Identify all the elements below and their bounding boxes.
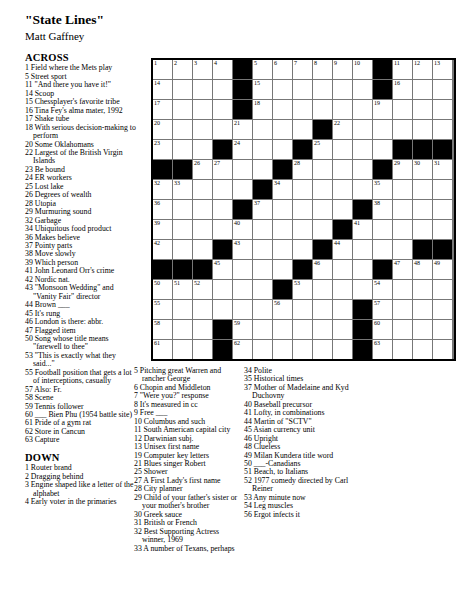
cell-r6c3[interactable]: 26 (193, 160, 212, 179)
cell-r4c14[interactable] (413, 120, 432, 139)
cell-number: 41 (354, 220, 360, 227)
cell-r5c6[interactable] (253, 140, 272, 159)
cell-number: 19 (374, 100, 380, 107)
cell-r2c6[interactable]: 15 (253, 80, 272, 99)
cell-r15c15[interactable] (433, 340, 452, 359)
cell-r2c9[interactable] (313, 80, 332, 99)
cell-number: 51 (174, 280, 180, 287)
cell-number: 60 (374, 320, 380, 327)
cell-r2c15[interactable] (433, 80, 452, 99)
cell-r12c11[interactable] (353, 280, 372, 299)
cell-number: 4 (214, 60, 217, 67)
cell-r2c3[interactable] (193, 80, 212, 99)
cell-r4c12[interactable] (373, 120, 392, 139)
cell-r9c14[interactable] (413, 220, 432, 239)
cell-r6c7 (273, 160, 292, 179)
cell-r1c4[interactable]: 4 (213, 60, 232, 79)
cell-number: 5 (254, 60, 257, 67)
cell-number: 8 (314, 60, 317, 67)
cell-number: 32 (154, 180, 160, 187)
clue-across-22: 22 Largest of the British Virgin Islands (25, 149, 139, 166)
cell-r15c14[interactable] (413, 340, 432, 359)
cell-r3c5 (233, 100, 252, 119)
cell-number: 63 (374, 340, 380, 347)
cell-r1c8[interactable]: 7 (293, 60, 312, 79)
crossword-puzzle-page: "State Lines" Matt Gaffney 1234567891011… (0, 0, 474, 613)
clues-left-column: ACROSS 1 Field where the Mets play5 Stre… (25, 54, 139, 507)
cell-r9c5[interactable]: 40 (233, 220, 252, 239)
cell-r3c6[interactable]: 18 (253, 100, 272, 119)
cell-r9c1[interactable]: 39 (153, 220, 172, 239)
cell-r15c2[interactable] (173, 340, 192, 359)
cell-number: 27 (214, 160, 220, 167)
clue-across-50: 50 Song whose title means "farewell to t… (25, 335, 139, 352)
cell-r10c7[interactable] (273, 240, 292, 259)
clue-down-5: 5 Pitching great Warren and rancher Geor… (134, 367, 242, 384)
cell-r9c3[interactable] (193, 220, 212, 239)
cell-r13c3[interactable] (193, 300, 212, 319)
cell-r15c12[interactable]: 63 (373, 340, 392, 359)
cell-r7c3[interactable] (193, 180, 212, 199)
clue-across-55: 55 Football position that gets a lot of … (25, 369, 139, 386)
cell-r11c6[interactable] (253, 260, 272, 279)
cell-number: 61 (154, 340, 160, 347)
cell-r5c15 (433, 140, 452, 159)
puzzle-author: Matt Gaffney (25, 30, 84, 42)
cell-r10c1[interactable]: 42 (153, 240, 172, 259)
cell-r9c15[interactable] (433, 220, 452, 239)
cell-r15c7[interactable] (273, 340, 292, 359)
cell-r3c10[interactable] (333, 100, 352, 119)
cell-number: 29 (394, 160, 400, 167)
cell-r1c2[interactable]: 2 (173, 60, 192, 79)
cell-r9c10 (333, 220, 352, 239)
cell-r12c1[interactable]: 50 (153, 280, 172, 299)
cell-r4c1[interactable]: 20 (153, 120, 172, 139)
cell-number: 62 (234, 340, 240, 347)
cell-r2c8[interactable] (293, 80, 312, 99)
cell-number: 47 (394, 260, 400, 267)
cell-r12c12[interactable]: 54 (373, 280, 392, 299)
cell-r14c9[interactable] (313, 320, 332, 339)
cell-r6c4[interactable]: 27 (213, 160, 232, 179)
cell-r2c7[interactable] (273, 80, 292, 99)
cell-r7c4[interactable] (213, 180, 232, 199)
cell-number: 43 (234, 240, 240, 247)
cell-r3c3[interactable] (193, 100, 212, 119)
cell-r1c13[interactable]: 11 (393, 60, 412, 79)
cell-number: 49 (434, 260, 440, 267)
cell-number: 12 (414, 60, 420, 67)
down-clue-list-col3: 34 Polite35 Historical times37 Mother of… (244, 367, 366, 519)
clue-down-56: 56 Ergot infects it (244, 511, 366, 519)
cell-r6c14[interactable]: 30 (413, 160, 432, 179)
clue-down-4: 4 Early voter in the primaries (25, 498, 139, 506)
cell-r2c14[interactable] (413, 80, 432, 99)
cell-r6c13[interactable]: 29 (393, 160, 412, 179)
cell-r12c13[interactable] (393, 280, 412, 299)
cell-r9c8[interactable] (293, 220, 312, 239)
cell-r4c7[interactable] (273, 120, 292, 139)
cell-r10c6[interactable] (253, 240, 272, 259)
cell-r12c4[interactable] (213, 280, 232, 299)
cell-r2c4[interactable] (213, 80, 232, 99)
cell-r3c13[interactable] (393, 100, 412, 119)
cell-r6c9[interactable] (313, 160, 332, 179)
cell-r9c9[interactable] (313, 220, 332, 239)
cell-r14c7[interactable] (273, 320, 292, 339)
cell-r7c5[interactable] (233, 180, 252, 199)
cell-r5c14 (413, 140, 432, 159)
cell-r11c9[interactable]: 46 (313, 260, 332, 279)
clue-down-32: 32 Best Supporting Actress winner, 1969 (134, 528, 242, 545)
cell-r3c12[interactable]: 19 (373, 100, 392, 119)
cell-r8c15[interactable] (433, 200, 452, 219)
cell-number: 15 (254, 80, 260, 87)
cell-r8c13[interactable] (393, 200, 412, 219)
cell-number: 44 (334, 240, 340, 247)
cell-r13c4[interactable] (213, 300, 232, 319)
cell-number: 22 (334, 120, 340, 127)
cell-r5c8 (293, 140, 312, 159)
cell-number: 48 (414, 260, 420, 267)
cell-r7c12[interactable]: 35 (373, 180, 392, 199)
cell-r4c8[interactable] (293, 120, 312, 139)
cell-r14c6[interactable] (253, 320, 272, 339)
cell-r2c1[interactable]: 14 (153, 80, 172, 99)
cell-r5c11[interactable] (353, 140, 372, 159)
cell-r8c1[interactable]: 36 (153, 200, 172, 219)
cell-r3c14[interactable] (413, 100, 432, 119)
cell-r5c10[interactable] (333, 140, 352, 159)
cell-r13c6[interactable] (253, 300, 272, 319)
cell-r12c8[interactable]: 53 (293, 280, 312, 299)
cell-r9c2[interactable] (173, 220, 192, 239)
cell-r10c2[interactable] (173, 240, 192, 259)
cell-r2c11[interactable] (353, 80, 372, 99)
cell-r13c7[interactable]: 56 (273, 300, 292, 319)
cell-number: 23 (154, 140, 160, 147)
cell-r15c8[interactable] (293, 340, 312, 359)
cell-r1c6[interactable]: 5 (253, 60, 272, 79)
cell-r10c14 (413, 240, 432, 259)
down-clue-list-col1: 1 Router brand2 Dragging behind3 Engine … (25, 464, 139, 506)
cell-number: 6 (274, 60, 277, 67)
clue-down-33: 33 A number of Texans, perhaps (134, 545, 242, 553)
cell-r5c4 (213, 140, 232, 159)
cell-number: 46 (314, 260, 320, 267)
cell-r1c1[interactable]: 1 (153, 60, 172, 79)
cell-number: 31 (434, 160, 440, 167)
cell-r13c12[interactable]: 57 (373, 300, 392, 319)
cell-r3c15[interactable] (433, 100, 452, 119)
cell-r13c14[interactable] (413, 300, 432, 319)
cell-r6c6[interactable] (253, 160, 272, 179)
cell-r11c10[interactable] (333, 260, 352, 279)
cell-r11c15[interactable]: 49 (433, 260, 452, 279)
cell-r8c3[interactable] (193, 200, 212, 219)
cell-r15c9[interactable] (313, 340, 332, 359)
cell-number: 26 (194, 160, 200, 167)
cell-r7c2[interactable]: 33 (173, 180, 192, 199)
clue-across-53: 53 "This is exactly what they said..." (25, 352, 139, 369)
cell-r1c11[interactable]: 10 (353, 60, 372, 79)
cell-number: 20 (154, 120, 160, 127)
cell-r11c14[interactable]: 48 (413, 260, 432, 279)
cell-r7c1[interactable]: 32 (153, 180, 172, 199)
cell-number: 24 (234, 140, 240, 147)
cell-r6c15[interactable]: 31 (433, 160, 452, 179)
cell-r3c4[interactable] (213, 100, 232, 119)
cell-r8c14[interactable] (413, 200, 432, 219)
clue-down-52: 52 1977 comedy directed by Carl Reiner (244, 477, 366, 494)
cell-r8c2[interactable] (173, 200, 192, 219)
cell-r13c1[interactable]: 55 (153, 300, 172, 319)
cell-r4c15[interactable] (433, 120, 452, 139)
cell-r11c13[interactable]: 47 (393, 260, 412, 279)
cell-number: 42 (154, 240, 160, 247)
clue-across-43: 43 "Monsoon Wedding" and "Vanity Fair" d… (25, 284, 139, 301)
cell-number: 16 (394, 80, 400, 87)
cell-r3c2[interactable] (173, 100, 192, 119)
cell-r12c10[interactable] (333, 280, 352, 299)
cell-r13c11 (353, 300, 372, 319)
cell-r15c4 (213, 340, 232, 359)
cell-r7c6 (253, 180, 272, 199)
cell-r6c11[interactable] (353, 160, 372, 179)
cell-r12c7 (273, 280, 292, 299)
cell-r12c3[interactable]: 52 (193, 280, 212, 299)
cell-number: 54 (374, 280, 380, 287)
cell-r7c9[interactable] (313, 180, 332, 199)
cell-r4c4[interactable] (213, 120, 232, 139)
cell-r6c8[interactable]: 28 (293, 160, 312, 179)
cell-r6c2 (173, 160, 192, 179)
cell-number: 14 (154, 80, 160, 87)
cell-r1c9[interactable]: 8 (313, 60, 332, 79)
cell-number: 28 (294, 160, 300, 167)
cell-r9c6[interactable] (253, 220, 272, 239)
cell-r7c10[interactable] (333, 180, 352, 199)
puzzle-title: "State Lines" (25, 12, 104, 28)
cell-r7c14[interactable] (413, 180, 432, 199)
cell-r13c2[interactable] (173, 300, 192, 319)
cell-r3c9[interactable] (313, 100, 332, 119)
cell-number: 33 (174, 180, 180, 187)
cell-r10c3[interactable] (193, 240, 212, 259)
cell-r9c12[interactable] (373, 220, 392, 239)
cell-r13c13[interactable] (393, 300, 412, 319)
cell-r11c8 (293, 260, 312, 279)
cell-r3c7[interactable] (273, 100, 292, 119)
cell-number: 55 (154, 300, 160, 307)
cell-r7c8[interactable] (293, 180, 312, 199)
cell-number: 38 (374, 200, 380, 207)
cell-r5c13 (393, 140, 412, 159)
cell-r11c4[interactable]: 45 (213, 260, 232, 279)
cell-r10c5[interactable]: 43 (233, 240, 252, 259)
cell-r13c8[interactable] (293, 300, 312, 319)
cell-r6c5[interactable] (233, 160, 252, 179)
cell-r5c2[interactable] (173, 140, 192, 159)
cell-r1c15[interactable]: 13 (433, 60, 452, 79)
cell-r14c13[interactable] (393, 320, 412, 339)
cell-r12c5[interactable] (233, 280, 252, 299)
cell-r14c3[interactable] (193, 320, 212, 339)
cell-r10c11[interactable] (353, 240, 372, 259)
cell-r11c5[interactable] (233, 260, 252, 279)
cell-number: 39 (154, 220, 160, 227)
cell-r11c12 (373, 260, 392, 279)
cell-r8c4[interactable] (213, 200, 232, 219)
cell-r5c7[interactable] (273, 140, 292, 159)
cell-r1c3[interactable]: 3 (193, 60, 212, 79)
cell-r15c11 (353, 340, 372, 359)
cell-r13c9[interactable] (313, 300, 332, 319)
cell-r15c13[interactable] (393, 340, 412, 359)
cell-r14c2[interactable] (173, 320, 192, 339)
clue-across-18: 18 With serious decision-making to perfo… (25, 124, 139, 141)
cell-r8c5 (233, 200, 252, 219)
cell-r10c15 (433, 240, 452, 259)
cell-number: 11 (394, 60, 400, 67)
clue-down-37: 37 Mother of Madelaine and Kyd Duchovny (244, 384, 366, 401)
cell-r8c7[interactable] (273, 200, 292, 219)
cell-r4c2[interactable] (173, 120, 192, 139)
cell-number: 34 (274, 180, 280, 187)
cell-r8c9[interactable] (313, 200, 332, 219)
cell-r5c5[interactable]: 24 (233, 140, 252, 159)
clue-down-3: 3 Engine shaped like a letter of the alp… (25, 481, 139, 498)
cell-r8c6[interactable]: 37 (253, 200, 272, 219)
cell-number: 13 (434, 60, 440, 67)
clue-across-63: 63 Capture (25, 436, 139, 444)
cell-r5c1[interactable]: 23 (153, 140, 172, 159)
cell-r12c2[interactable]: 51 (173, 280, 192, 299)
cell-number: 58 (154, 320, 160, 327)
cell-r3c11[interactable] (353, 100, 372, 119)
cell-r14c1[interactable]: 58 (153, 320, 172, 339)
cell-r4c10[interactable]: 22 (333, 120, 352, 139)
cell-r14c4 (213, 320, 232, 339)
cell-r12c9[interactable] (313, 280, 332, 299)
cell-number: 36 (154, 200, 160, 207)
cell-r9c4[interactable] (213, 220, 232, 239)
cell-r11c2 (173, 260, 192, 279)
down-clue-list-col2: 5 Pitching great Warren and rancher Geor… (134, 367, 242, 553)
cell-r5c12[interactable] (373, 140, 392, 159)
cell-r6c10[interactable] (333, 160, 352, 179)
cell-number: 7 (294, 60, 297, 67)
cell-r4c3[interactable] (193, 120, 212, 139)
cell-r8c12[interactable]: 38 (373, 200, 392, 219)
cell-r15c5[interactable]: 62 (233, 340, 252, 359)
cell-r4c6[interactable] (253, 120, 272, 139)
crossword-grid: 1234567891011121314151617181920212223242… (151, 58, 456, 361)
cell-r14c12[interactable]: 60 (373, 320, 392, 339)
cell-r2c2[interactable] (173, 80, 192, 99)
cell-r10c4 (213, 240, 232, 259)
cell-r1c7[interactable]: 6 (273, 60, 292, 79)
cell-r9c11[interactable]: 41 (353, 220, 372, 239)
cell-r8c8[interactable] (293, 200, 312, 219)
cell-r1c12 (373, 60, 392, 79)
cell-r14c14[interactable] (413, 320, 432, 339)
cell-r14c5[interactable]: 59 (233, 320, 252, 339)
cell-r14c11 (353, 320, 372, 339)
cell-r13c5[interactable] (233, 300, 252, 319)
cell-number: 18 (254, 100, 260, 107)
cell-r4c11[interactable] (353, 120, 372, 139)
cell-r8c10[interactable] (333, 200, 352, 219)
cell-r15c1[interactable]: 61 (153, 340, 172, 359)
cell-r2c13[interactable]: 16 (393, 80, 412, 99)
cell-r2c10[interactable] (333, 80, 352, 99)
cell-number: 25 (314, 140, 320, 147)
cell-r15c10[interactable] (333, 340, 352, 359)
cell-r4c9 (313, 120, 332, 139)
cell-r15c3[interactable] (193, 340, 212, 359)
cell-r14c15[interactable] (433, 320, 452, 339)
cell-r13c10[interactable] (333, 300, 352, 319)
cell-r9c13[interactable] (393, 220, 412, 239)
cell-r9c7[interactable] (273, 220, 292, 239)
cell-r15c6[interactable] (253, 340, 272, 359)
cell-r10c8[interactable] (293, 240, 312, 259)
cell-r7c7[interactable]: 34 (273, 180, 292, 199)
cell-r13c15[interactable] (433, 300, 452, 319)
cell-r14c8[interactable] (293, 320, 312, 339)
clue-down-29: 29 Child of your father's sister or your… (134, 494, 242, 511)
cell-number: 52 (194, 280, 200, 287)
cell-r12c6[interactable] (253, 280, 272, 299)
cell-r5c3[interactable] (193, 140, 212, 159)
cell-r1c5 (233, 60, 252, 79)
cell-r11c7[interactable] (273, 260, 292, 279)
cell-r4c13[interactable] (393, 120, 412, 139)
cell-r7c11[interactable] (353, 180, 372, 199)
cell-r10c10[interactable]: 44 (333, 240, 352, 259)
cell-number: 53 (294, 280, 300, 287)
cell-r11c3 (193, 260, 212, 279)
cell-r5c9[interactable]: 25 (313, 140, 332, 159)
cell-r12c15[interactable] (433, 280, 452, 299)
cell-r3c8[interactable] (293, 100, 312, 119)
cell-r4c5[interactable]: 21 (233, 120, 252, 139)
cell-r14c10[interactable] (333, 320, 352, 339)
cell-number: 56 (274, 300, 280, 307)
cell-r10c13[interactable] (393, 240, 412, 259)
cell-number: 21 (234, 120, 240, 127)
cell-number: 35 (374, 180, 380, 187)
cell-r2c12 (373, 80, 392, 99)
cell-r10c12[interactable] (373, 240, 392, 259)
cell-number: 50 (154, 280, 160, 287)
cell-r2c5 (233, 80, 252, 99)
cell-r7c15[interactable] (433, 180, 452, 199)
cell-r1c10[interactable]: 9 (333, 60, 352, 79)
cell-number: 3 (194, 60, 197, 67)
cell-number: 37 (254, 200, 260, 207)
cell-r7c13[interactable] (393, 180, 412, 199)
cell-r12c14[interactable] (413, 280, 432, 299)
cell-r11c11[interactable] (353, 260, 372, 279)
cell-r1c14[interactable]: 12 (413, 60, 432, 79)
cell-r3c1[interactable]: 17 (153, 100, 172, 119)
cell-r11c1 (153, 260, 172, 279)
across-clue-list: 1 Field where the Mets play5 Street spor… (25, 64, 139, 444)
down-header: DOWN (25, 454, 139, 462)
